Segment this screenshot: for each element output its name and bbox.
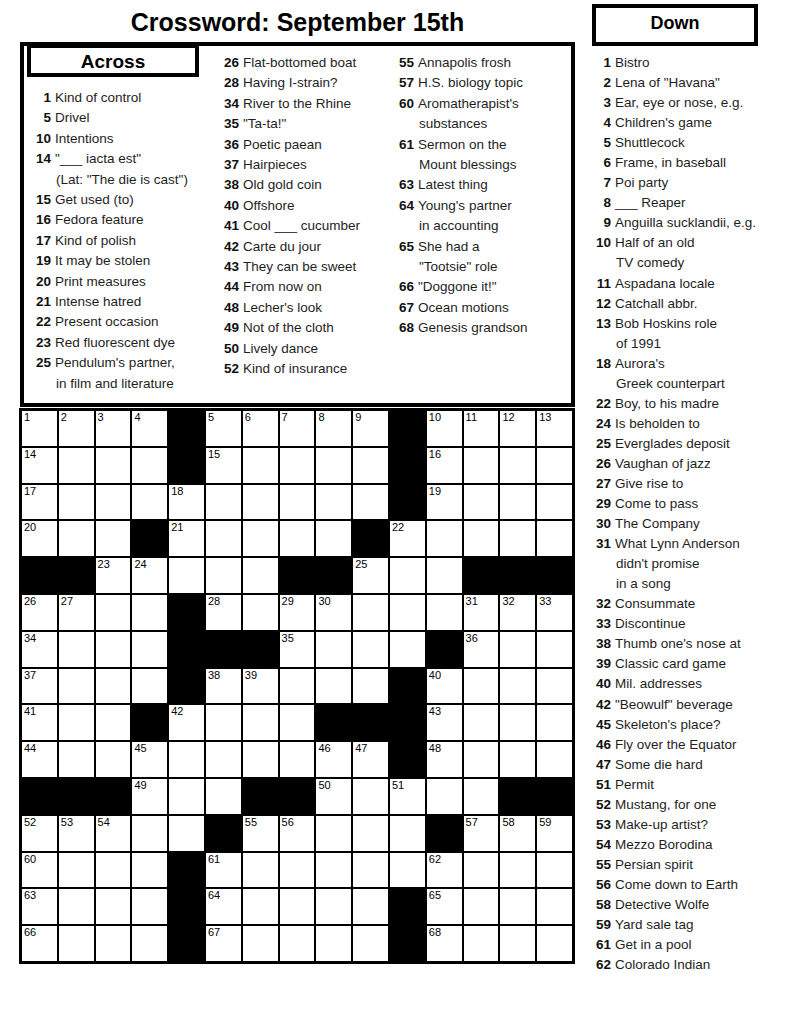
grid-cell[interactable]: 61 — [206, 853, 241, 888]
grid-cell-black — [22, 558, 57, 593]
grid-cell[interactable]: 56 — [280, 816, 315, 851]
grid-cell[interactable]: 52 — [22, 816, 57, 851]
clue-line: 45Skeleton's place? — [596, 715, 790, 735]
grid-cell[interactable] — [206, 705, 241, 740]
grid-cell[interactable] — [537, 705, 572, 740]
grid-cell[interactable]: 60 — [22, 853, 57, 888]
grid-cell[interactable] — [169, 816, 204, 851]
grid-cell[interactable] — [464, 853, 499, 888]
grid-cell[interactable] — [390, 595, 425, 630]
grid-cell[interactable] — [500, 632, 535, 667]
grid-cell[interactable] — [132, 632, 167, 667]
grid-cell[interactable]: 49 — [132, 779, 167, 814]
clue-line: 31What Lynn Anderson — [596, 534, 790, 554]
grid-cell[interactable] — [169, 558, 204, 593]
cell-number: 35 — [282, 632, 294, 645]
grid-cell[interactable] — [59, 632, 94, 667]
grid-cell[interactable] — [353, 595, 388, 630]
grid-cell[interactable] — [500, 742, 535, 777]
grid-cell[interactable]: 16 — [427, 448, 462, 483]
grid-cell[interactable] — [537, 742, 572, 777]
grid-cell[interactable] — [353, 816, 388, 851]
cell-number: 12 — [502, 411, 514, 424]
grid-cell[interactable] — [280, 485, 315, 520]
grid-cell[interactable] — [206, 742, 241, 777]
grid-cell[interactable]: 15 — [206, 448, 241, 483]
across-column-3: 55Annapolis frosh57H.S. biology topic60A… — [399, 53, 571, 339]
grid-cell-black — [169, 889, 204, 924]
grid-cell[interactable]: 3 — [96, 411, 131, 446]
clue-text: Fly over the Equator — [615, 737, 737, 752]
grid-cell[interactable]: 63 — [22, 889, 57, 924]
grid-cell[interactable]: 34 — [22, 632, 57, 667]
grid-cell[interactable] — [316, 669, 351, 704]
grid-cell[interactable]: 46 — [316, 742, 351, 777]
grid-cell[interactable] — [427, 779, 462, 814]
grid-cell[interactable]: 22 — [390, 521, 425, 556]
grid-cell[interactable]: 58 — [500, 816, 535, 851]
clue-line: 8___ Reaper — [596, 193, 790, 213]
cell-number: 5 — [208, 411, 214, 424]
grid-cell[interactable]: 27 — [59, 595, 94, 630]
grid-cell[interactable]: 44 — [22, 742, 57, 777]
across-clue: 15Get used (to) — [36, 190, 222, 210]
grid-cell[interactable] — [132, 816, 167, 851]
grid-cell[interactable]: 6 — [243, 411, 278, 446]
grid-cell[interactable]: 50 — [316, 779, 351, 814]
grid-cell[interactable] — [59, 669, 94, 704]
grid-cell[interactable] — [280, 705, 315, 740]
clue-text: Everglades deposit — [615, 436, 730, 451]
clue-line: 24Is beholden to — [596, 414, 790, 434]
cell-number: 57 — [466, 816, 478, 829]
clue-text: ___ Reaper — [615, 195, 686, 210]
grid-cell[interactable]: 68 — [427, 926, 462, 961]
grid-cell[interactable]: 42 — [169, 705, 204, 740]
cell-number: 25 — [355, 558, 367, 571]
grid-cell[interactable] — [500, 448, 535, 483]
grid-cell-black — [537, 558, 572, 593]
clue-number: 30 — [596, 514, 611, 534]
grid-cell[interactable] — [96, 926, 131, 961]
cell-number: 53 — [61, 816, 73, 829]
grid-cell[interactable] — [59, 926, 94, 961]
grid-cell[interactable] — [500, 889, 535, 924]
grid-cell[interactable] — [59, 889, 94, 924]
clue-number: 37 — [224, 155, 239, 175]
grid-cell[interactable] — [59, 485, 94, 520]
clue-number: 1 — [36, 88, 51, 108]
grid-cell[interactable] — [464, 521, 499, 556]
clue-text: Poetic paean — [243, 137, 322, 152]
grid-cell[interactable] — [353, 669, 388, 704]
cell-number: 7 — [282, 411, 288, 424]
grid-cell[interactable] — [96, 889, 131, 924]
grid-cell[interactable] — [353, 853, 388, 888]
across-clue: 26Flat-bottomed boat — [224, 53, 398, 73]
grid-cell[interactable] — [390, 853, 425, 888]
cell-number: 43 — [429, 705, 441, 718]
across-column-2: 26Flat-bottomed boat28Having I-strain?34… — [224, 53, 398, 380]
clue-text: Present occasion — [55, 314, 159, 329]
cell-number: 2 — [61, 411, 67, 424]
grid-cell[interactable]: 11 — [464, 411, 499, 446]
clue-number: 10 — [596, 233, 611, 253]
grid-cell[interactable]: 25 — [353, 558, 388, 593]
across-clue: 17Kind of polish — [36, 231, 222, 251]
grid-cell[interactable] — [537, 632, 572, 667]
grid-cell[interactable]: 53 — [59, 816, 94, 851]
down-clue: 45Skeleton's place? — [596, 715, 790, 735]
grid-cell[interactable] — [353, 889, 388, 924]
grid-cell[interactable]: 24 — [132, 558, 167, 593]
clue-number: 50 — [224, 339, 239, 359]
clue-text: Intentions — [55, 131, 114, 146]
clue-line: 40Mil. addresses — [596, 674, 790, 694]
clue-text: Lena of "Havana" — [615, 75, 720, 90]
clue-number: 56 — [596, 875, 611, 895]
grid-cell[interactable]: 37 — [22, 669, 57, 704]
clue-line: 43They can be sweet — [224, 257, 398, 277]
grid-cell[interactable] — [390, 632, 425, 667]
down-clue: 42"Beowulf" beverage — [596, 695, 790, 715]
grid-cell[interactable] — [96, 485, 131, 520]
grid-cell[interactable] — [206, 521, 241, 556]
clue-text: They can be sweet — [243, 259, 356, 274]
cell-number: 68 — [429, 926, 441, 939]
grid-cell[interactable] — [96, 853, 131, 888]
clue-text: Permit — [615, 777, 654, 792]
grid-cell[interactable] — [280, 521, 315, 556]
grid-cell[interactable]: 9 — [353, 411, 388, 446]
clue-line: 65She had a — [399, 237, 571, 257]
clue-text: Not of the cloth — [243, 320, 334, 335]
grid-cell[interactable] — [353, 485, 388, 520]
grid-cell[interactable]: 35 — [280, 632, 315, 667]
cell-number: 60 — [24, 853, 36, 866]
clue-line: 64Young's partner — [399, 196, 571, 216]
clue-text: Come to pass — [615, 496, 698, 511]
grid-cell[interactable]: 13 — [537, 411, 572, 446]
grid-cell[interactable] — [427, 595, 462, 630]
grid-cell[interactable]: 43 — [427, 705, 462, 740]
clue-text: Consummate — [615, 596, 695, 611]
clue-number: 32 — [596, 594, 611, 614]
down-header: Down — [592, 4, 758, 46]
grid-cell[interactable] — [132, 669, 167, 704]
grid-cell[interactable] — [280, 853, 315, 888]
cell-number: 38 — [208, 669, 220, 682]
cell-number: 21 — [171, 521, 183, 534]
cell-number: 10 — [429, 411, 441, 424]
grid-cell-black — [96, 779, 131, 814]
clue-line: 6Frame, in baseball — [596, 153, 790, 173]
clue-number: 55 — [399, 53, 414, 73]
down-clue: 40Mil. addresses — [596, 674, 790, 694]
down-clue: 30The Company — [596, 514, 790, 534]
grid-cell[interactable] — [59, 705, 94, 740]
grid-cell[interactable]: 40 — [427, 669, 462, 704]
clue-text: Mustang, for one — [615, 797, 716, 812]
clue-line: 1Kind of control — [36, 88, 222, 108]
grid-cell[interactable] — [353, 632, 388, 667]
clue-line: 12Catchall abbr. — [596, 294, 790, 314]
grid-cell[interactable] — [243, 558, 278, 593]
grid-cell[interactable] — [390, 558, 425, 593]
grid-cell[interactable]: 47 — [353, 742, 388, 777]
grid-cell[interactable]: 18 — [169, 485, 204, 520]
grid-cell[interactable] — [96, 705, 131, 740]
grid-cell-black — [316, 705, 351, 740]
clue-number: 3 — [596, 93, 611, 113]
grid-cell[interactable]: 28 — [206, 595, 241, 630]
down-clue: 6Frame, in baseball — [596, 153, 790, 173]
grid-cell[interactable] — [316, 485, 351, 520]
cell-number: 39 — [245, 669, 257, 682]
clue-text: Sermon on the — [418, 137, 507, 152]
grid-cell[interactable] — [132, 853, 167, 888]
grid-cell[interactable]: 55 — [243, 816, 278, 851]
grid-cell[interactable]: 30 — [316, 595, 351, 630]
clue-text: Mezzo Borodina — [615, 837, 713, 852]
grid-cell[interactable] — [537, 669, 572, 704]
clue-number: 43 — [224, 257, 239, 277]
grid-cell[interactable]: 54 — [96, 816, 131, 851]
grid-cell[interactable]: 8 — [316, 411, 351, 446]
grid-cell-black — [280, 779, 315, 814]
grid-cell[interactable]: 20 — [22, 521, 57, 556]
clue-text: Mil. addresses — [615, 676, 702, 691]
grid-cell[interactable] — [537, 889, 572, 924]
grid-cell[interactable] — [537, 521, 572, 556]
cell-number: 50 — [318, 779, 330, 792]
cell-number: 30 — [318, 595, 330, 608]
clue-number: 46 — [596, 735, 611, 755]
grid-cell[interactable] — [464, 779, 499, 814]
grid-cell[interactable] — [59, 853, 94, 888]
grid-cell[interactable] — [96, 742, 131, 777]
grid-cell[interactable] — [243, 889, 278, 924]
grid-cell[interactable] — [132, 595, 167, 630]
grid-cell[interactable] — [206, 558, 241, 593]
down-clue: 4Children's game — [596, 113, 790, 133]
grid-cell[interactable] — [206, 485, 241, 520]
grid-cell[interactable] — [96, 521, 131, 556]
grid-cell[interactable] — [132, 448, 167, 483]
grid-cell[interactable] — [500, 669, 535, 704]
grid-cell[interactable] — [427, 521, 462, 556]
grid-cell[interactable]: 10 — [427, 411, 462, 446]
grid-cell[interactable] — [280, 742, 315, 777]
clue-text: Is beholden to — [615, 416, 700, 431]
grid-cell[interactable] — [243, 926, 278, 961]
grid-cell[interactable]: 66 — [22, 926, 57, 961]
clue-line: 25Pendulum's partner, — [36, 353, 222, 373]
grid-cell[interactable]: 29 — [280, 595, 315, 630]
clue-text: Having I-strain? — [243, 75, 338, 90]
clue-line: 51Permit — [596, 775, 790, 795]
grid-cell[interactable] — [316, 816, 351, 851]
across-clue: 67Ocean motions — [399, 298, 571, 318]
grid-cell[interactable] — [316, 632, 351, 667]
clue-text: Intense hatred — [55, 294, 141, 309]
grid-cell[interactable]: 7 — [280, 411, 315, 446]
grid-cell[interactable]: 32 — [500, 595, 535, 630]
grid-cell[interactable] — [464, 448, 499, 483]
grid-cell[interactable]: 39 — [243, 669, 278, 704]
grid-cell[interactable]: 17 — [22, 485, 57, 520]
grid-cell[interactable] — [316, 926, 351, 961]
grid-cell[interactable] — [390, 816, 425, 851]
grid-cell[interactable] — [132, 889, 167, 924]
clue-text: Ear, eye or nose, e.g. — [615, 95, 743, 110]
grid-cell[interactable] — [59, 742, 94, 777]
grid-cell[interactable]: 67 — [206, 926, 241, 961]
cell-number: 61 — [208, 853, 220, 866]
grid-cell[interactable]: 41 — [22, 705, 57, 740]
grid-cell[interactable] — [500, 705, 535, 740]
grid-cell[interactable] — [206, 779, 241, 814]
grid-cell[interactable] — [243, 485, 278, 520]
grid-cell[interactable] — [500, 926, 535, 961]
grid-cell[interactable] — [169, 779, 204, 814]
grid-cell[interactable] — [353, 779, 388, 814]
grid-cell[interactable]: 14 — [22, 448, 57, 483]
grid-cell[interactable] — [316, 853, 351, 888]
grid-cell[interactable]: 38 — [206, 669, 241, 704]
clue-text: Thumb one's nose at — [615, 636, 741, 651]
grid-cell[interactable]: 5 — [206, 411, 241, 446]
grid-cell[interactable] — [500, 521, 535, 556]
clue-text: Give rise to — [615, 476, 683, 491]
grid-cell[interactable] — [96, 632, 131, 667]
grid-cell[interactable] — [464, 889, 499, 924]
cell-number: 37 — [24, 669, 36, 682]
grid-cell[interactable]: 4 — [132, 411, 167, 446]
grid-cell[interactable] — [243, 705, 278, 740]
grid-cell[interactable] — [316, 448, 351, 483]
clue-number: 45 — [596, 715, 611, 735]
grid-cell[interactable] — [537, 926, 572, 961]
grid-cell[interactable] — [59, 448, 94, 483]
clue-line: 66"Doggone it!" — [399, 277, 571, 297]
grid-cell[interactable]: 23 — [96, 558, 131, 593]
cell-number: 29 — [282, 595, 294, 608]
clue-number: 33 — [596, 614, 611, 634]
grid-cell[interactable]: 57 — [464, 816, 499, 851]
down-clue: 62Colorado Indian — [596, 955, 790, 975]
down-clue: 59Yard sale tag — [596, 915, 790, 935]
clue-number: 2 — [596, 73, 611, 93]
grid-cell[interactable] — [500, 485, 535, 520]
grid-cell-black — [132, 705, 167, 740]
grid-cell[interactable]: 26 — [22, 595, 57, 630]
clue-wrap-line: didn't promise — [596, 554, 790, 574]
cell-number: 9 — [355, 411, 361, 424]
grid-cell[interactable] — [464, 669, 499, 704]
grid-cell[interactable] — [316, 889, 351, 924]
grid-cell[interactable] — [353, 926, 388, 961]
grid-cell[interactable]: 62 — [427, 853, 462, 888]
grid-cell[interactable] — [280, 889, 315, 924]
grid-cell[interactable] — [537, 448, 572, 483]
clue-text: Skeleton's place? — [615, 717, 720, 732]
grid-cell[interactable]: 65 — [427, 889, 462, 924]
grid-cell[interactable] — [96, 669, 131, 704]
grid-cell[interactable] — [537, 853, 572, 888]
grid-cell[interactable] — [280, 669, 315, 704]
grid-cell[interactable]: 36 — [464, 632, 499, 667]
grid-cell[interactable] — [132, 926, 167, 961]
clue-text: Lecher's look — [243, 300, 322, 315]
across-clue: 16Fedora feature — [36, 210, 222, 230]
grid-cell[interactable]: 33 — [537, 595, 572, 630]
grid-cell[interactable] — [500, 853, 535, 888]
grid-cell[interactable] — [243, 742, 278, 777]
grid-cell[interactable] — [243, 448, 278, 483]
clue-line: 26Vaughan of jazz — [596, 454, 790, 474]
grid-cell[interactable] — [464, 926, 499, 961]
grid-cell[interactable] — [464, 485, 499, 520]
clue-line: 4Children's game — [596, 113, 790, 133]
grid-cell[interactable]: 1 — [22, 411, 57, 446]
grid-cell[interactable]: 45 — [132, 742, 167, 777]
grid-cell[interactable] — [464, 742, 499, 777]
grid-cell[interactable]: 64 — [206, 889, 241, 924]
grid-cell[interactable] — [427, 558, 462, 593]
grid-cell[interactable] — [243, 595, 278, 630]
grid-cell[interactable]: 51 — [390, 779, 425, 814]
grid-cell[interactable]: 31 — [464, 595, 499, 630]
grid-cell[interactable] — [96, 448, 131, 483]
grid-cell[interactable] — [243, 521, 278, 556]
grid-cell[interactable]: 21 — [169, 521, 204, 556]
grid-cell[interactable]: 59 — [537, 816, 572, 851]
cell-number: 3 — [98, 411, 104, 424]
grid-cell[interactable] — [353, 448, 388, 483]
clue-number: 42 — [596, 695, 611, 715]
grid-cell[interactable]: 48 — [427, 742, 462, 777]
grid-cell[interactable] — [132, 485, 167, 520]
grid-cell[interactable]: 12 — [500, 411, 535, 446]
clue-wrap-line: in a song — [596, 574, 790, 594]
grid-cell[interactable] — [280, 448, 315, 483]
grid-cell[interactable] — [464, 705, 499, 740]
grid-cell[interactable] — [59, 521, 94, 556]
down-clue: 25Everglades deposit — [596, 434, 790, 454]
clue-text: From now on — [243, 279, 322, 294]
grid-cell-black — [280, 558, 315, 593]
across-clue: 40Offshore — [224, 196, 398, 216]
page-title: Crossword: September 15th — [20, 8, 575, 37]
clue-text: Come down to Earth — [615, 877, 738, 892]
down-clue: 10Half of an oldTV comedy — [596, 233, 790, 273]
across-clue: 57H.S. biology topic — [399, 73, 571, 93]
grid-cell[interactable]: 2 — [59, 411, 94, 446]
grid-cell[interactable] — [243, 853, 278, 888]
grid-cell[interactable] — [280, 926, 315, 961]
clue-number: 18 — [596, 354, 611, 374]
grid-cell[interactable]: 19 — [427, 485, 462, 520]
grid-cell[interactable] — [169, 742, 204, 777]
grid-cell[interactable] — [96, 595, 131, 630]
clue-number: 31 — [596, 534, 611, 554]
clue-text: Get used (to) — [55, 192, 134, 207]
clue-line: 7Poi party — [596, 173, 790, 193]
clue-number: 8 — [596, 193, 611, 213]
grid-cell[interactable] — [316, 521, 351, 556]
grid-cell[interactable] — [537, 485, 572, 520]
